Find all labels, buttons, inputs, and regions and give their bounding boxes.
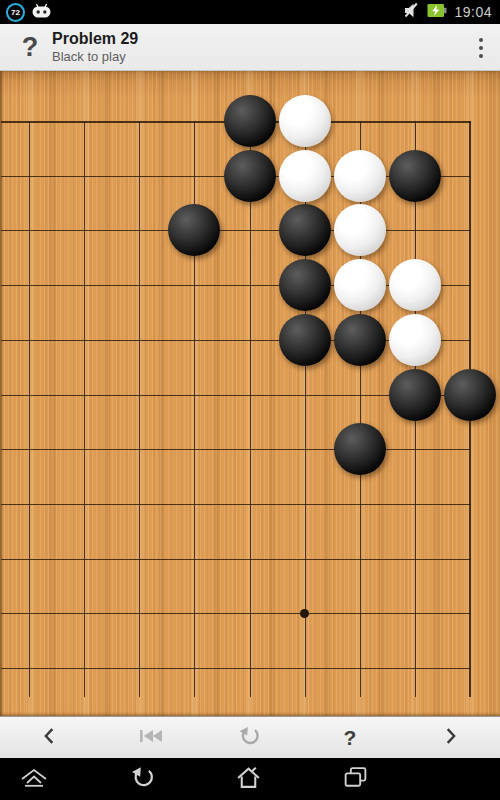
android-screen: 72: [0, 0, 500, 800]
previous-problem-button[interactable]: [0, 717, 100, 758]
black-stone: [224, 150, 276, 202]
black-stone: [279, 314, 331, 366]
small-apps-icon: [19, 766, 49, 793]
hint-question-glyph: ?: [344, 726, 357, 750]
android-nav-bar: [0, 758, 500, 800]
recents-icon: [342, 765, 369, 794]
white-stone: [389, 314, 441, 366]
battery-charging-icon: [427, 3, 447, 22]
action-bar: ? Problem 29 Black to play: [0, 24, 500, 71]
black-stone: [389, 150, 441, 202]
grid-line-horizontal: [1, 613, 471, 614]
battery-percent-widget-icon: 72: [6, 3, 25, 22]
chevron-left-icon: [39, 725, 61, 751]
undo-button[interactable]: [200, 717, 300, 758]
grid-line-horizontal: [1, 449, 471, 450]
problem-header: Problem 29 Black to play: [52, 29, 138, 65]
skip-to-first-button[interactable]: [100, 717, 200, 758]
black-stone: [334, 423, 386, 475]
status-bar: 72: [0, 0, 500, 24]
back-button[interactable]: [111, 758, 175, 800]
page-title: Problem 29: [52, 29, 138, 48]
white-stone: [279, 95, 331, 147]
black-stone: [279, 204, 331, 256]
chevron-right-icon: [439, 725, 461, 751]
overflow-menu-button[interactable]: [468, 24, 494, 71]
grid-line-vertical: [84, 121, 85, 697]
clock-text: 19:04: [454, 4, 494, 20]
next-problem-button[interactable]: [400, 717, 500, 758]
small-apps-button[interactable]: [2, 758, 66, 800]
black-stone: [279, 259, 331, 311]
to-play-subtitle: Black to play: [52, 48, 138, 65]
skip-back-icon: [137, 726, 163, 750]
star-point: [300, 609, 309, 618]
grid-line-vertical: [29, 121, 30, 697]
white-stone: [389, 259, 441, 311]
problem-toolbar: ?: [0, 716, 500, 758]
grid-line-horizontal: [1, 504, 471, 505]
white-stone: [334, 259, 386, 311]
recents-button[interactable]: [323, 758, 387, 800]
black-stone: [334, 314, 386, 366]
black-stone: [444, 369, 496, 421]
home-icon: [235, 765, 262, 794]
help-icon[interactable]: ?: [19, 30, 41, 64]
hint-button[interactable]: ?: [300, 717, 400, 758]
mute-icon: [403, 2, 420, 23]
white-stone: [279, 150, 331, 202]
grid-line-vertical: [250, 121, 251, 697]
black-stone: [168, 204, 220, 256]
grid-line-horizontal: [1, 559, 471, 560]
white-stone: [334, 204, 386, 256]
grid-line-vertical: [139, 121, 140, 697]
grid-line-horizontal: [1, 230, 471, 231]
white-stone: [334, 150, 386, 202]
back-arrow-icon: [130, 764, 157, 795]
grid-line-horizontal: [1, 668, 471, 669]
status-bar-left: 72: [6, 3, 51, 22]
battery-percent-value: 72: [11, 8, 20, 17]
status-bar-right: 19:04: [403, 2, 494, 23]
android-robot-icon: [32, 3, 51, 22]
black-stone: [389, 369, 441, 421]
go-board[interactable]: [0, 71, 500, 716]
home-button[interactable]: [216, 758, 280, 800]
black-stone: [224, 95, 276, 147]
undo-arrow-icon: [238, 724, 262, 752]
